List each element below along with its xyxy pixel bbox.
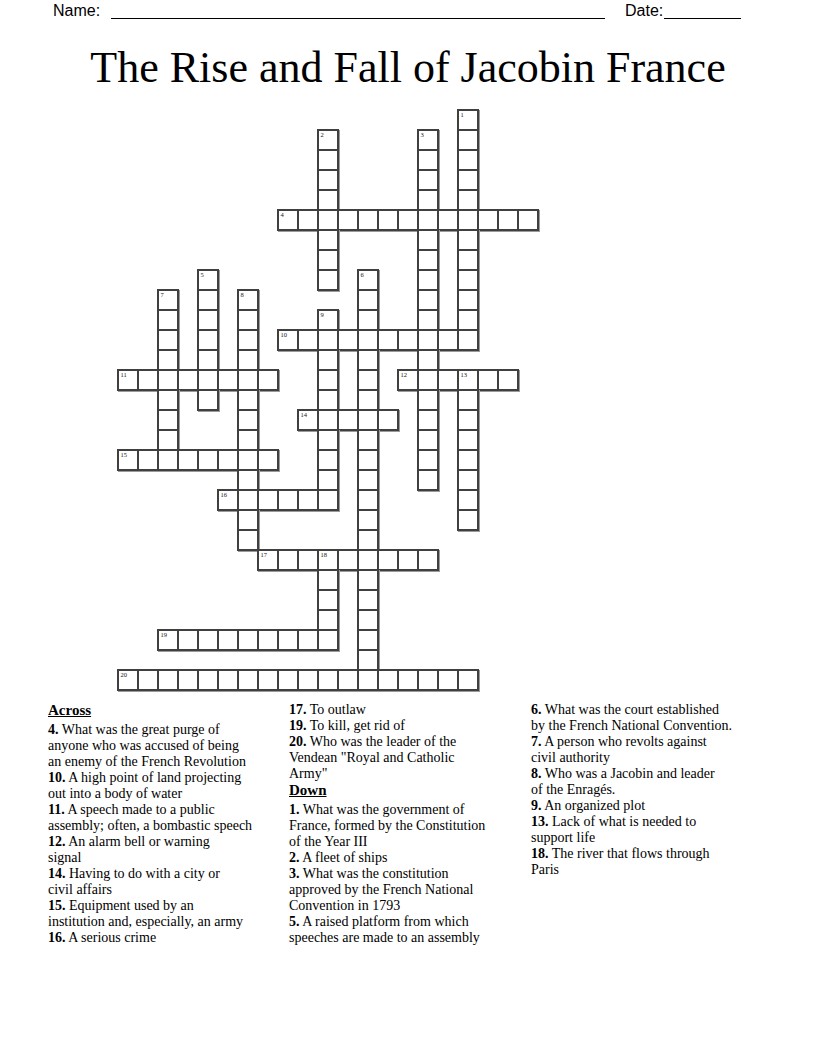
grid-cell-r4c15[interactable] [417, 189, 439, 211]
clue-number-label: 1 [461, 111, 464, 118]
grid-cell-r23c10[interactable] [317, 569, 339, 591]
clue-7-line: 7. A person who revolts against [531, 734, 732, 750]
grid-cell-r11c13[interactable] [377, 329, 399, 351]
grid-cell-r22c7[interactable]: 17 [257, 549, 279, 571]
grid-cell-r18c10[interactable] [317, 469, 339, 491]
grid-cell-r14c15[interactable] [417, 389, 439, 411]
grid-cell-r5c11[interactable] [337, 209, 359, 231]
grid-cell-r11c14[interactable] [397, 329, 419, 351]
grid-cell-r19c5[interactable]: 16 [217, 489, 239, 511]
grid-cell-r13c4[interactable] [197, 369, 219, 391]
grid-cell-r28c3[interactable] [177, 669, 199, 691]
grid-cell-r28c11[interactable] [337, 669, 359, 691]
clue-number-label: 9 [321, 311, 324, 318]
grid-cell-r16c10[interactable] [317, 429, 339, 451]
grid-cell-r12c4[interactable] [197, 349, 219, 371]
grid-cell-r6c17[interactable] [457, 229, 479, 251]
clue-13-line: 13. Lack of what is needed to [531, 814, 732, 830]
grid-cell-r7c15[interactable] [417, 249, 439, 271]
grid-cell-r13c7[interactable] [257, 369, 279, 391]
grid-cell-r28c17[interactable] [457, 669, 479, 691]
grid-cell-r9c2[interactable]: 7 [157, 289, 179, 311]
grid-cell-r5c9[interactable] [297, 209, 319, 231]
grid-cell-r1c15[interactable]: 3 [417, 129, 439, 151]
grid-cell-r19c17[interactable] [457, 489, 479, 511]
grid-cell-r22c12[interactable] [357, 549, 379, 571]
grid-cell-r17c10[interactable] [317, 449, 339, 471]
grid-cell-r2c10[interactable] [317, 149, 339, 171]
grid-cell-r12c6[interactable] [237, 349, 259, 371]
crossword-grid: 1234567891011121314151617181920 [0, 0, 816, 700]
clue-number-label: 2 [321, 131, 324, 138]
grid-cell-r9c4[interactable] [197, 289, 219, 311]
clue-18-line: Paris [531, 862, 732, 878]
grid-cell-r13c16[interactable] [437, 369, 459, 391]
grid-cell-r11c16[interactable] [437, 329, 459, 351]
clue-number-label: 6 [361, 271, 364, 278]
grid-cell-r20c17[interactable] [457, 509, 479, 531]
grid-cell-r17c5[interactable] [217, 449, 239, 471]
clue-number-label: 8 [241, 291, 244, 298]
grid-cell-r8c4[interactable]: 5 [197, 269, 219, 291]
grid-cell-r26c4[interactable] [197, 629, 219, 651]
grid-cell-r28c1[interactable] [137, 669, 159, 691]
grid-cell-r19c12[interactable] [357, 489, 379, 511]
grid-cell-r26c3[interactable] [177, 629, 199, 651]
grid-cell-r11c17[interactable] [457, 329, 479, 351]
grid-cell-r5c14[interactable] [397, 209, 419, 231]
clue-14-line: 14. Having to do with a city or [48, 866, 252, 882]
grid-cell-r12c12[interactable] [357, 349, 379, 371]
grid-cell-r28c4[interactable] [197, 669, 219, 691]
clue-4-line: an enemy of the French Revolution [48, 754, 252, 770]
grid-cell-r6c10[interactable] [317, 229, 339, 251]
clue-10-line: 10. A high point of land projecting [48, 770, 252, 786]
clue-6-line: 6. What was the court established [531, 702, 732, 718]
clue-column-across: Across4. What was the great purge ofanyo… [48, 702, 252, 946]
grid-cell-r21c6[interactable] [237, 529, 259, 551]
grid-cell-r10c12[interactable] [357, 309, 379, 331]
grid-cell-r17c4[interactable] [197, 449, 219, 471]
grid-cell-r27c12[interactable] [357, 649, 379, 671]
worksheet-page: Name: Date: The Rise and Fall of Jacobin… [0, 0, 816, 1056]
grid-cell-r9c12[interactable] [357, 289, 379, 311]
grid-cell-r13c17[interactable]: 13 [457, 369, 479, 391]
grid-cell-r18c12[interactable] [357, 469, 379, 491]
grid-cell-r3c17[interactable] [457, 169, 479, 191]
clue-6-line: by the French National Convention. [531, 718, 732, 734]
clue-1-line: France, formed by the Constitution [289, 818, 485, 834]
clue-3-line: 3. What was the constitution [289, 866, 485, 882]
grid-cell-r15c11[interactable] [337, 409, 359, 431]
grid-cell-r17c0[interactable]: 15 [117, 449, 139, 471]
grid-cell-r5c19[interactable] [497, 209, 519, 231]
grid-cell-r14c2[interactable] [157, 389, 179, 411]
grid-cell-r28c9[interactable] [297, 669, 319, 691]
grid-cell-r21c12[interactable] [357, 529, 379, 551]
grid-cell-r4c17[interactable] [457, 189, 479, 211]
clue-number-label: 15 [121, 451, 128, 458]
grid-cell-r22c10[interactable]: 18 [317, 549, 339, 571]
grid-cell-r11c10[interactable] [317, 329, 339, 351]
grid-cell-r9c15[interactable] [417, 289, 439, 311]
grid-cell-r7c10[interactable] [317, 249, 339, 271]
grid-cell-r17c6[interactable] [237, 449, 259, 471]
grid-cell-r11c11[interactable] [337, 329, 359, 351]
grid-cell-r9c17[interactable] [457, 289, 479, 311]
grid-cell-r5c15[interactable] [417, 209, 439, 231]
grid-cell-r26c6[interactable] [237, 629, 259, 651]
clue-11-line: 11. A speech made to a public [48, 802, 252, 818]
clue-7-line: civil authority [531, 750, 732, 766]
clue-12-line: signal [48, 850, 252, 866]
grid-cell-r28c5[interactable] [217, 669, 239, 691]
grid-cell-r28c6[interactable] [237, 669, 259, 691]
grid-cell-r8c10[interactable] [317, 269, 339, 291]
grid-cell-r15c13[interactable] [377, 409, 399, 431]
grid-cell-r2c17[interactable] [457, 149, 479, 171]
grid-cell-r11c4[interactable] [197, 329, 219, 351]
clue-15-line: 15. Equipment used by an [48, 898, 252, 914]
clues-heading-across: Across [48, 702, 252, 719]
grid-cell-r16c2[interactable] [157, 429, 179, 451]
grid-cell-r28c10[interactable] [317, 669, 339, 691]
clue-column-down: 6. What was the court establishedby the … [531, 702, 732, 878]
grid-cell-r17c17[interactable] [457, 449, 479, 471]
grid-cell-r13c0[interactable]: 11 [117, 369, 139, 391]
grid-cell-r28c7[interactable] [257, 669, 279, 691]
grid-cell-r5c16[interactable] [437, 209, 459, 231]
clue-4-line: 4. What was the great purge of [48, 722, 252, 738]
grid-cell-r18c15[interactable] [417, 469, 439, 491]
grid-cell-r8c12[interactable]: 6 [357, 269, 379, 291]
grid-cell-r13c10[interactable] [317, 369, 339, 391]
grid-cell-r22c15[interactable] [417, 549, 439, 571]
grid-cell-r5c8[interactable]: 4 [277, 209, 299, 231]
grid-cell-r17c12[interactable] [357, 449, 379, 471]
grid-cell-r5c17[interactable] [457, 209, 479, 231]
clue-17-line: 17. To outlaw [289, 702, 485, 718]
grid-cell-r17c15[interactable] [417, 449, 439, 471]
grid-cell-r13c14[interactable]: 12 [397, 369, 419, 391]
grid-cell-r17c2[interactable] [157, 449, 179, 471]
clue-number-label: 20 [121, 671, 128, 678]
grid-cell-r12c15[interactable] [417, 349, 439, 371]
grid-cell-r12c2[interactable] [157, 349, 179, 371]
grid-cell-r19c9[interactable] [297, 489, 319, 511]
grid-cell-r8c15[interactable] [417, 269, 439, 291]
grid-cell-r15c2[interactable] [157, 409, 179, 431]
clue-1-line: of the Year III [289, 834, 485, 850]
grid-cell-r28c13[interactable] [377, 669, 399, 691]
clue-4-line: anyone who was accused of being [48, 738, 252, 754]
clue-8-line: 8. Who was a Jacobin and leader [531, 766, 732, 782]
clue-20-line: Army" [289, 766, 485, 782]
grid-cell-r7c17[interactable] [457, 249, 479, 271]
grid-cell-r10c17[interactable] [457, 309, 479, 331]
grid-cell-r15c6[interactable] [237, 409, 259, 431]
grid-cell-r10c2[interactable] [157, 309, 179, 331]
grid-cell-r10c10[interactable]: 9 [317, 309, 339, 331]
clue-1-line: 1. What was the government of [289, 802, 485, 818]
clue-column-middle: 17. To outlaw19. To kill, get rid of20. … [289, 702, 485, 946]
grid-cell-r4c10[interactable] [317, 189, 339, 211]
grid-cell-r3c15[interactable] [417, 169, 439, 191]
grid-cell-r20c12[interactable] [357, 509, 379, 531]
grid-cell-r15c10[interactable] [317, 409, 339, 431]
grid-cell-r26c9[interactable] [297, 629, 319, 651]
clue-number-label: 12 [401, 371, 408, 378]
clue-2-line: 2. A fleet of ships [289, 850, 485, 866]
grid-cell-r13c3[interactable] [177, 369, 199, 391]
grid-cell-r0c17[interactable]: 1 [457, 109, 479, 131]
grid-cell-r12c10[interactable] [317, 349, 339, 371]
grid-cell-r10c4[interactable] [197, 309, 219, 331]
clue-3-line: approved by the French National [289, 882, 485, 898]
grid-cell-r26c10[interactable] [317, 629, 339, 651]
clue-5-line: 5. A raised platform from which [289, 914, 485, 930]
clue-number-label: 11 [121, 371, 127, 378]
grid-cell-r25c10[interactable] [317, 609, 339, 631]
grid-cell-r14c17[interactable] [457, 389, 479, 411]
clue-number-label: 14 [301, 411, 308, 418]
clue-18-line: 18. The river that flows through [531, 846, 732, 862]
clue-number-label: 5 [201, 271, 204, 278]
grid-cell-r14c10[interactable] [317, 389, 339, 411]
grid-cell-r16c15[interactable] [417, 429, 439, 451]
clue-8-line: of the Enragés. [531, 782, 732, 798]
clue-number-label: 7 [161, 291, 164, 298]
grid-cell-r16c17[interactable] [457, 429, 479, 451]
grid-cell-r15c12[interactable] [357, 409, 379, 431]
clues-heading-down: Down [289, 782, 485, 799]
clue-number-label: 17 [261, 551, 268, 558]
grid-cell-r23c12[interactable] [357, 569, 379, 591]
grid-cell-r19c10[interactable] [317, 489, 339, 511]
grid-cell-r26c7[interactable] [257, 629, 279, 651]
grid-cell-r15c15[interactable] [417, 409, 439, 431]
grid-cell-r28c12[interactable] [357, 669, 379, 691]
grid-cell-r18c17[interactable] [457, 469, 479, 491]
grid-cell-r15c9[interactable]: 14 [297, 409, 319, 431]
grid-cell-r1c17[interactable] [457, 129, 479, 151]
clue-13-line: support life [531, 830, 732, 846]
grid-cell-r13c1[interactable] [137, 369, 159, 391]
grid-cell-r28c14[interactable] [397, 669, 419, 691]
clue-number-label: 3 [421, 131, 424, 138]
grid-cell-r3c10[interactable] [317, 169, 339, 191]
grid-cell-r19c7[interactable] [257, 489, 279, 511]
clue-number-label: 13 [461, 371, 468, 378]
grid-cell-r13c5[interactable] [217, 369, 239, 391]
grid-cell-r22c11[interactable] [337, 549, 359, 571]
grid-cell-r26c2[interactable]: 19 [157, 629, 179, 651]
grid-cell-r5c12[interactable] [357, 209, 379, 231]
clue-9-line: 9. An organized plot [531, 798, 732, 814]
grid-cell-r19c6[interactable] [237, 489, 259, 511]
grid-cell-r14c4[interactable] [197, 389, 219, 411]
grid-cell-r14c12[interactable] [357, 389, 379, 411]
clue-number-label: 18 [321, 551, 328, 558]
grid-cell-r14c6[interactable] [237, 389, 259, 411]
grid-cell-r5c20[interactable] [517, 209, 539, 231]
grid-cell-r22c9[interactable] [297, 549, 319, 571]
grid-cell-r13c6[interactable] [237, 369, 259, 391]
clue-16-line: 16. A serious crime [48, 930, 252, 946]
grid-cell-r11c9[interactable] [297, 329, 319, 351]
clue-20-line: 20. Who was the leader of the [289, 734, 485, 750]
grid-cell-r17c3[interactable] [177, 449, 199, 471]
grid-cell-r17c1[interactable] [137, 449, 159, 471]
grid-cell-r28c15[interactable] [417, 669, 439, 691]
clue-3-line: Convention in 1793 [289, 898, 485, 914]
clue-5-line: speeches are made to an assembly [289, 930, 485, 946]
grid-cell-r24c10[interactable] [317, 589, 339, 611]
grid-cell-r11c6[interactable] [237, 329, 259, 351]
grid-cell-r15c17[interactable] [457, 409, 479, 431]
grid-cell-r11c8[interactable]: 10 [277, 329, 299, 351]
grid-cell-r26c5[interactable] [217, 629, 239, 651]
grid-cell-r8c17[interactable] [457, 269, 479, 291]
clue-number-label: 4 [281, 211, 284, 218]
grid-cell-r28c0[interactable]: 20 [117, 669, 139, 691]
grid-cell-r16c6[interactable] [237, 429, 259, 451]
grid-cell-r11c2[interactable] [157, 329, 179, 351]
clue-number-label: 10 [281, 331, 288, 338]
clue-number-label: 19 [161, 631, 168, 638]
grid-cell-r9c6[interactable]: 8 [237, 289, 259, 311]
grid-cell-r5c13[interactable] [377, 209, 399, 231]
clue-12-line: 12. An alarm bell or warning [48, 834, 252, 850]
grid-cell-r11c15[interactable] [417, 329, 439, 351]
grid-cell-r13c2[interactable] [157, 369, 179, 391]
clue-11-line: assembly; often, a bombastic speech [48, 818, 252, 834]
clue-20-line: Vendean "Royal and Catholic [289, 750, 485, 766]
clue-10-line: out into a body of water [48, 786, 252, 802]
grid-cell-r28c16[interactable] [437, 669, 459, 691]
grid-cell-r13c18[interactable] [477, 369, 499, 391]
grid-cell-r10c15[interactable] [417, 309, 439, 331]
grid-cell-r11c12[interactable] [357, 329, 379, 351]
grid-cell-r5c18[interactable] [477, 209, 499, 231]
grid-cell-r20c6[interactable] [237, 509, 259, 531]
grid-cell-r6c15[interactable] [417, 229, 439, 251]
grid-cell-r16c12[interactable] [357, 429, 379, 451]
clue-14-line: civil affairs [48, 882, 252, 898]
grid-cell-r1c10[interactable]: 2 [317, 129, 339, 151]
grid-cell-r13c12[interactable] [357, 369, 379, 391]
grid-cell-r22c8[interactable] [277, 549, 299, 571]
grid-cell-r25c12[interactable] [357, 609, 379, 631]
grid-cell-r17c7[interactable] [257, 449, 279, 471]
grid-cell-r22c14[interactable] [397, 549, 419, 571]
grid-cell-r26c12[interactable] [357, 629, 379, 651]
grid-cell-r26c8[interactable] [277, 629, 299, 651]
grid-cell-r28c2[interactable] [157, 669, 179, 691]
grid-cell-r10c6[interactable] [237, 309, 259, 331]
grid-cell-r2c15[interactable] [417, 149, 439, 171]
clue-19-line: 19. To kill, get rid of [289, 718, 485, 734]
grid-cell-r24c12[interactable] [357, 589, 379, 611]
grid-cell-r22c13[interactable] [377, 549, 399, 571]
grid-cell-r13c19[interactable] [497, 369, 519, 391]
grid-cell-r18c6[interactable] [237, 469, 259, 491]
grid-cell-r13c15[interactable] [417, 369, 439, 391]
grid-cell-r5c10[interactable] [317, 209, 339, 231]
clue-number-label: 16 [221, 491, 228, 498]
clue-15-line: institution and, especially, an army [48, 914, 252, 930]
grid-cell-r19c8[interactable] [277, 489, 299, 511]
grid-cell-r28c8[interactable] [277, 669, 299, 691]
